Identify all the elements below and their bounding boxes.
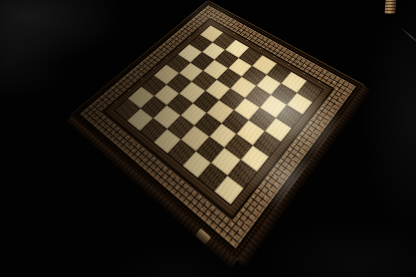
stray-carved-wood-piece (384, 0, 396, 14)
photo-stage (0, 0, 416, 277)
board-field (114, 25, 322, 204)
